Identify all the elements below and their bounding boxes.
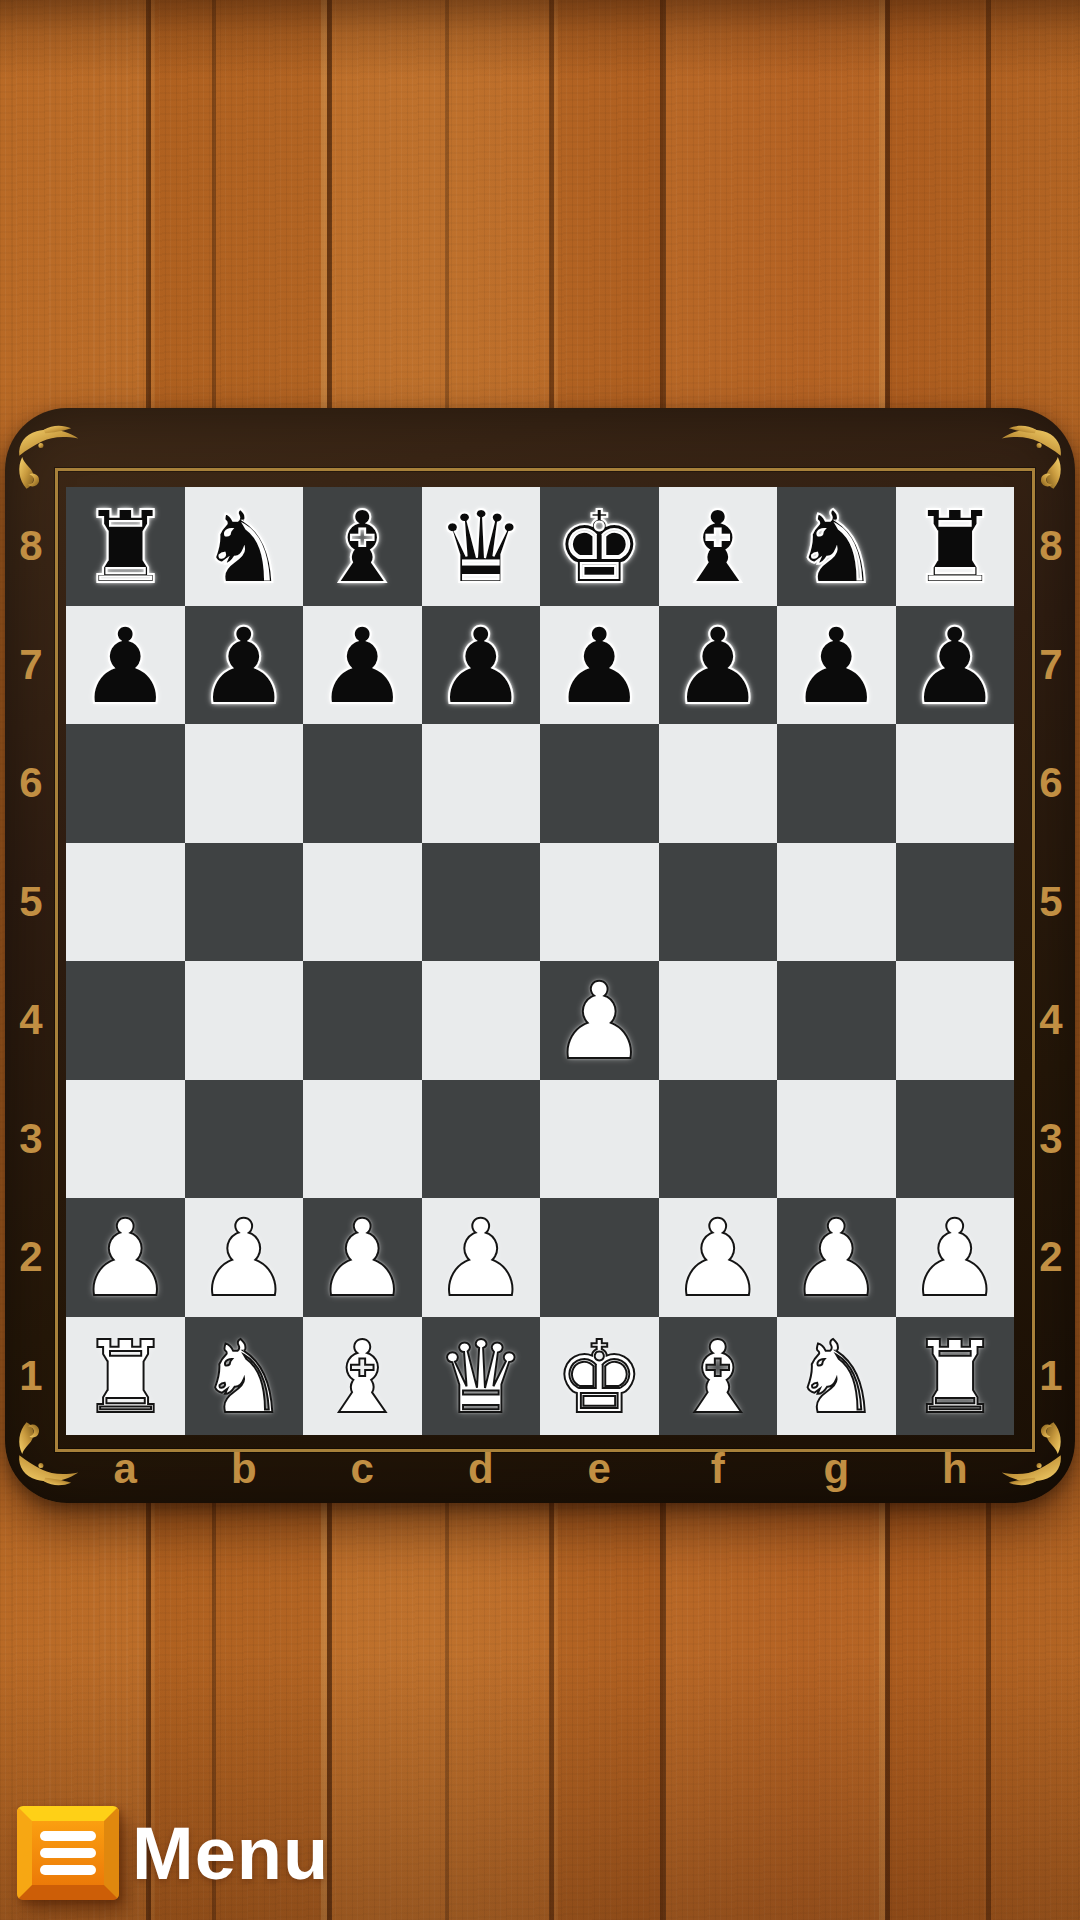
white-king-e1[interactable]: ♚ (554, 1328, 644, 1428)
white-rook-h1[interactable]: ♜ (910, 1328, 1000, 1428)
black-pawn-f7[interactable]: ♟ (670, 614, 765, 720)
black-bishop-f8[interactable]: ♝ (673, 498, 763, 598)
square-c8[interactable]: ♝ (303, 487, 422, 606)
white-rook-a1[interactable]: ♜ (80, 1328, 170, 1428)
rank-label-right-2: 2 (1029, 1198, 1073, 1317)
square-e4[interactable]: ♟ (540, 961, 659, 1080)
square-c6[interactable] (303, 724, 422, 843)
file-label-d: d (422, 1437, 541, 1501)
file-label-e: e (540, 1437, 659, 1501)
square-h5[interactable] (896, 843, 1015, 962)
square-g8[interactable]: ♞ (777, 487, 896, 606)
square-c2[interactable]: ♟ (303, 1198, 422, 1317)
square-b1[interactable]: ♞ (185, 1317, 304, 1436)
square-a4[interactable] (66, 961, 185, 1080)
square-b5[interactable] (185, 843, 304, 962)
square-a5[interactable] (66, 843, 185, 962)
square-a2[interactable]: ♟ (66, 1198, 185, 1317)
white-knight-g1[interactable]: ♞ (791, 1328, 881, 1428)
chess-board-frame: 87654321 87654321 abcdefgh ♜♞♝♛♚♝♞♜♟♟♟♟♟… (5, 408, 1075, 1503)
square-f2[interactable]: ♟ (659, 1198, 778, 1317)
square-f1[interactable]: ♝ (659, 1317, 778, 1436)
square-h4[interactable] (896, 961, 1015, 1080)
white-queen-d1[interactable]: ♛ (436, 1328, 526, 1428)
square-h8[interactable]: ♜ (896, 487, 1015, 606)
square-e3[interactable] (540, 1080, 659, 1199)
white-pawn-f2[interactable]: ♟ (670, 1206, 765, 1312)
black-pawn-h7[interactable]: ♟ (907, 614, 1002, 720)
black-pawn-d7[interactable]: ♟ (433, 614, 528, 720)
white-pawn-b2[interactable]: ♟ (196, 1206, 291, 1312)
menu-button-label: Menu (132, 1806, 329, 1900)
black-queen-d8[interactable]: ♛ (436, 498, 526, 598)
black-pawn-e7[interactable]: ♟ (552, 614, 647, 720)
black-rook-a8[interactable]: ♜ (80, 498, 170, 598)
square-f4[interactable] (659, 961, 778, 1080)
square-c4[interactable] (303, 961, 422, 1080)
hamburger-bars (32, 1821, 104, 1885)
app-screen: 87654321 87654321 abcdefgh ♜♞♝♛♚♝♞♜♟♟♟♟♟… (0, 0, 1080, 1920)
square-c3[interactable] (303, 1080, 422, 1199)
square-g3[interactable] (777, 1080, 896, 1199)
square-g6[interactable] (777, 724, 896, 843)
rank-label-left-5: 5 (9, 843, 53, 962)
square-h1[interactable]: ♜ (896, 1317, 1015, 1436)
square-a1[interactable]: ♜ (66, 1317, 185, 1436)
square-f3[interactable] (659, 1080, 778, 1199)
square-h2[interactable]: ♟ (896, 1198, 1015, 1317)
square-e7[interactable]: ♟ (540, 606, 659, 725)
rank-label-right-5: 5 (1029, 843, 1073, 962)
white-knight-b1[interactable]: ♞ (199, 1328, 289, 1428)
square-d1[interactable]: ♛ (422, 1317, 541, 1436)
square-f8[interactable]: ♝ (659, 487, 778, 606)
white-pawn-e4[interactable]: ♟ (552, 969, 647, 1075)
file-label-f: f (659, 1437, 778, 1501)
square-f7[interactable]: ♟ (659, 606, 778, 725)
square-g1[interactable]: ♞ (777, 1317, 896, 1436)
square-g2[interactable]: ♟ (777, 1198, 896, 1317)
square-d3[interactable] (422, 1080, 541, 1199)
white-bishop-f1[interactable]: ♝ (673, 1328, 763, 1428)
square-d7[interactable]: ♟ (422, 606, 541, 725)
rank-label-left-3: 3 (9, 1080, 53, 1199)
black-rook-h8[interactable]: ♜ (910, 498, 1000, 598)
chess-board-grid: ♜♞♝♛♚♝♞♜♟♟♟♟♟♟♟♟♟♟♟♟♟♟♟♟♜♞♝♛♚♝♞♜ (66, 487, 1014, 1435)
rank-label-right-8: 8 (1029, 487, 1073, 606)
square-a7[interactable]: ♟ (66, 606, 185, 725)
square-b4[interactable] (185, 961, 304, 1080)
white-pawn-d2[interactable]: ♟ (433, 1206, 528, 1312)
square-b2[interactable]: ♟ (185, 1198, 304, 1317)
rank-label-right-4: 4 (1029, 961, 1073, 1080)
square-g5[interactable] (777, 843, 896, 962)
rank-label-left-2: 2 (9, 1198, 53, 1317)
square-e6[interactable] (540, 724, 659, 843)
menu-button[interactable]: Menu (17, 1800, 357, 1910)
rank-label-left-1: 1 (9, 1317, 53, 1436)
white-pawn-g2[interactable]: ♟ (789, 1206, 884, 1312)
square-d2[interactable]: ♟ (422, 1198, 541, 1317)
square-c1[interactable]: ♝ (303, 1317, 422, 1436)
rank-label-right-6: 6 (1029, 724, 1073, 843)
black-king-e8[interactable]: ♚ (554, 498, 644, 598)
square-h7[interactable]: ♟ (896, 606, 1015, 725)
square-e1[interactable]: ♚ (540, 1317, 659, 1436)
white-pawn-h2[interactable]: ♟ (907, 1206, 1002, 1312)
square-f6[interactable] (659, 724, 778, 843)
square-g7[interactable]: ♟ (777, 606, 896, 725)
square-h3[interactable] (896, 1080, 1015, 1199)
square-a6[interactable] (66, 724, 185, 843)
black-knight-g8[interactable]: ♞ (791, 498, 881, 598)
square-c5[interactable] (303, 843, 422, 962)
square-b3[interactable] (185, 1080, 304, 1199)
white-pawn-c2[interactable]: ♟ (315, 1206, 410, 1312)
file-label-h: h (896, 1437, 1015, 1501)
square-b6[interactable] (185, 724, 304, 843)
file-label-a: a (66, 1437, 185, 1501)
rank-label-left-7: 7 (9, 606, 53, 725)
square-d8[interactable]: ♛ (422, 487, 541, 606)
black-pawn-b7[interactable]: ♟ (196, 614, 291, 720)
black-pawn-g7[interactable]: ♟ (789, 614, 884, 720)
rank-label-left-6: 6 (9, 724, 53, 843)
rank-label-left-4: 4 (9, 961, 53, 1080)
rank-labels-left: 87654321 (9, 487, 53, 1435)
file-label-g: g (777, 1437, 896, 1501)
square-c7[interactable]: ♟ (303, 606, 422, 725)
square-b7[interactable]: ♟ (185, 606, 304, 725)
square-d6[interactable] (422, 724, 541, 843)
square-e8[interactable]: ♚ (540, 487, 659, 606)
rank-label-left-8: 8 (9, 487, 53, 606)
black-bishop-c8[interactable]: ♝ (317, 498, 407, 598)
white-bishop-c1[interactable]: ♝ (317, 1328, 407, 1428)
square-a8[interactable]: ♜ (66, 487, 185, 606)
file-labels-bottom: abcdefgh (66, 1437, 1014, 1501)
hamburger-menu-icon[interactable] (17, 1806, 119, 1900)
file-label-c: c (303, 1437, 422, 1501)
rank-label-right-1: 1 (1029, 1317, 1073, 1436)
black-knight-b8[interactable]: ♞ (199, 498, 289, 598)
square-d4[interactable] (422, 961, 541, 1080)
square-e2[interactable] (540, 1198, 659, 1317)
rank-labels-right: 87654321 (1029, 487, 1073, 1435)
black-pawn-c7[interactable]: ♟ (315, 614, 410, 720)
square-b8[interactable]: ♞ (185, 487, 304, 606)
file-label-b: b (185, 1437, 304, 1501)
square-h6[interactable] (896, 724, 1015, 843)
rank-label-right-3: 3 (1029, 1080, 1073, 1199)
square-g4[interactable] (777, 961, 896, 1080)
square-e5[interactable] (540, 843, 659, 962)
square-f5[interactable] (659, 843, 778, 962)
square-d5[interactable] (422, 843, 541, 962)
rank-label-right-7: 7 (1029, 606, 1073, 725)
black-pawn-a7[interactable]: ♟ (78, 614, 173, 720)
white-pawn-a2[interactable]: ♟ (78, 1206, 173, 1312)
square-a3[interactable] (66, 1080, 185, 1199)
